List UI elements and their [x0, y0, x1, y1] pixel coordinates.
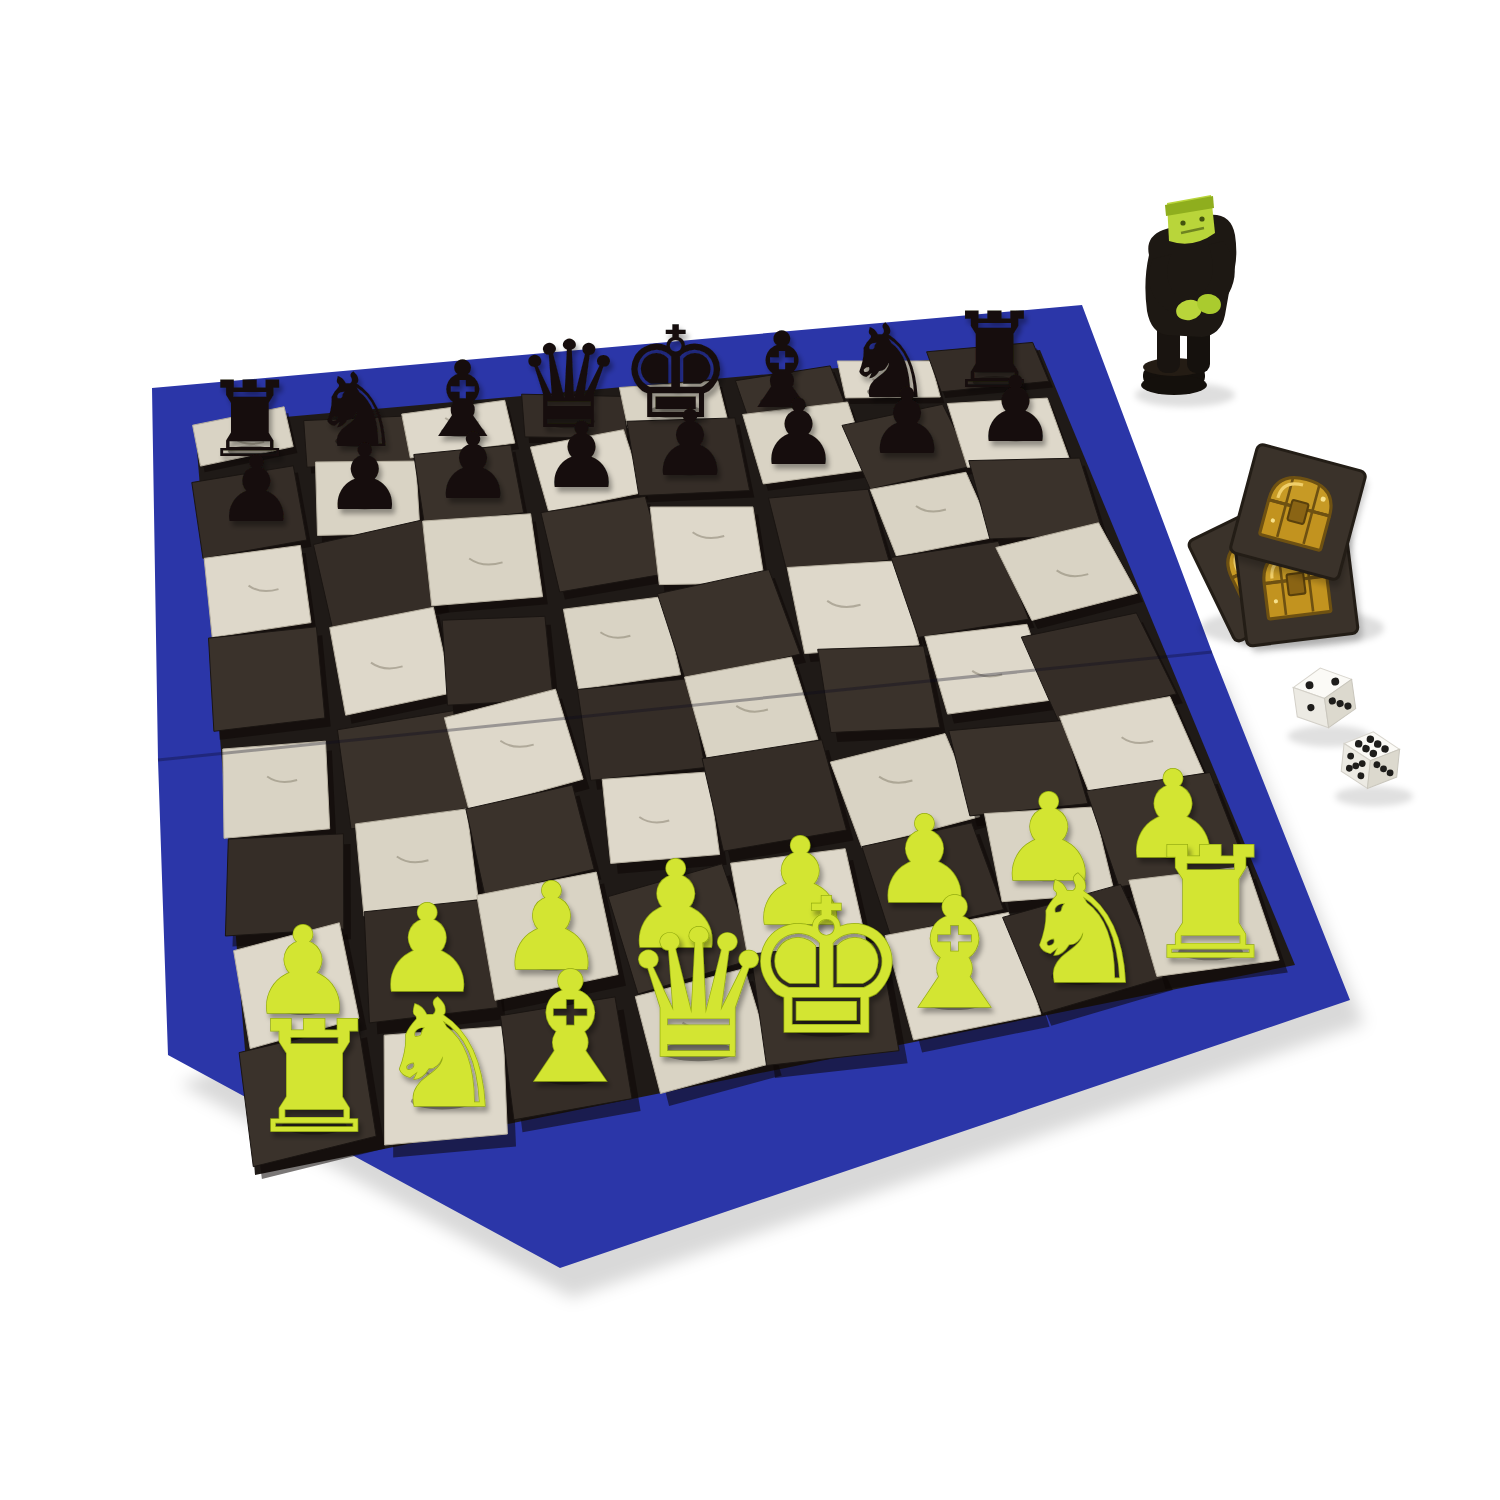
- black-pawn-f7[interactable]: ♟: [758, 380, 840, 485]
- die-1[interactable]: [1291, 664, 1358, 732]
- square-d4[interactable]: [578, 679, 706, 781]
- die-shadow: [1335, 786, 1413, 806]
- dice: [1288, 664, 1414, 806]
- square-a4[interactable]: [223, 741, 330, 838]
- black-pawn-c7[interactable]: ♟: [432, 414, 514, 519]
- black-pawn-d7[interactable]: ♟: [541, 403, 623, 508]
- square-c5[interactable]: [442, 616, 553, 705]
- yellow-knight-g1[interactable]: ♞: [1016, 844, 1150, 1017]
- square-f6[interactable]: [769, 489, 889, 571]
- black-pawn-b7[interactable]: ♟: [324, 425, 406, 530]
- frankenstein-monster-figurine[interactable]: [1135, 195, 1236, 407]
- black-pawn-a7[interactable]: ♟: [215, 437, 297, 542]
- square-c6[interactable]: [423, 514, 543, 606]
- figurine-base-bottom: [1141, 375, 1207, 395]
- figurine-eye: [1180, 220, 1185, 225]
- square-a6[interactable]: [204, 545, 311, 637]
- yellow-knight-b1[interactable]: ♞: [375, 968, 509, 1141]
- yellow-rook-a1[interactable]: ♜: [245, 988, 383, 1167]
- yellow-rook-h1[interactable]: ♜: [1142, 814, 1280, 993]
- square-e6[interactable]: [650, 507, 765, 585]
- black-pawn-g7[interactable]: ♟: [866, 369, 948, 474]
- black-pawn-h7[interactable]: ♟: [975, 357, 1057, 462]
- square-a5[interactable]: [209, 627, 325, 732]
- yellow-bishop-f1[interactable]: ♝: [885, 864, 1023, 1043]
- chess-set-product-photo: ♜♞♝♛♚♝♞♜♟♟♟♟♟♟♟♟♟♟♟♟♟♟♟♟♜♞♝♛♚♝♞♜: [0, 0, 1500, 1500]
- treasure-tiles: [1187, 443, 1384, 653]
- photo-canvas: ♜♞♝♛♚♝♞♜♟♟♟♟♟♟♟♟♟♟♟♟♟♟♟♟♜♞♝♛♚♝♞♜: [0, 0, 1500, 1500]
- figurine-eye: [1199, 216, 1204, 221]
- black-pawn-e7[interactable]: ♟: [649, 391, 731, 496]
